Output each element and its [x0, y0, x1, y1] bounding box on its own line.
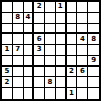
cell-r4c8[interactable]: 4: [77, 34, 88, 45]
cell-r5c9[interactable]: [88, 45, 99, 56]
cell-r1c8[interactable]: [77, 2, 88, 13]
cell-r2c8[interactable]: [77, 13, 88, 24]
cell-r3c5[interactable]: [45, 24, 56, 35]
cell-r7c6[interactable]: [56, 67, 67, 78]
cell-r9c3[interactable]: [24, 88, 35, 99]
cell-r9c9[interactable]: [88, 88, 99, 99]
cell-r6c4[interactable]: [34, 56, 45, 67]
cell-r1c1[interactable]: [2, 2, 13, 13]
cell-r3c2[interactable]: [13, 24, 24, 35]
given-digit: 2: [4, 79, 9, 86]
cell-r2c9[interactable]: [88, 13, 99, 24]
cell-r6c2[interactable]: [13, 56, 24, 67]
sudoku-board: 21846481739526281: [0, 0, 101, 101]
cell-r9c5[interactable]: [45, 88, 56, 99]
given-digit: 8: [15, 14, 20, 21]
cell-r7c3[interactable]: [24, 67, 35, 78]
cell-r9c1[interactable]: [2, 88, 13, 99]
cell-r1c2[interactable]: [13, 2, 24, 13]
cell-r4c3[interactable]: [24, 34, 35, 45]
given-digit: 9: [91, 57, 96, 64]
cell-r6c9[interactable]: 9: [88, 56, 99, 67]
cell-r7c7[interactable]: 2: [67, 67, 78, 78]
cell-r8c3[interactable]: [24, 77, 35, 88]
given-digit: 3: [37, 46, 42, 53]
cell-r2c2[interactable]: 8: [13, 13, 24, 24]
cell-r4c7[interactable]: [67, 34, 78, 45]
cell-r5c7[interactable]: [67, 45, 78, 56]
cell-r2c6[interactable]: [56, 13, 67, 24]
cell-r5c3[interactable]: [24, 45, 35, 56]
cell-r2c5[interactable]: [45, 13, 56, 24]
cell-r7c4[interactable]: [34, 67, 45, 78]
given-digit: 1: [69, 90, 74, 97]
cell-r7c5[interactable]: [45, 67, 56, 78]
cell-r4c5[interactable]: [45, 34, 56, 45]
cell-r3c6[interactable]: [56, 24, 67, 35]
given-digit: 6: [80, 68, 85, 75]
given-digit: 5: [4, 68, 9, 75]
cell-r1c4[interactable]: 2: [34, 2, 45, 13]
cell-r9c4[interactable]: [34, 88, 45, 99]
cell-r7c8[interactable]: 6: [77, 67, 88, 78]
given-digit: 2: [69, 68, 74, 75]
cell-r4c4[interactable]: 6: [34, 34, 45, 45]
cell-r5c2[interactable]: 7: [13, 45, 24, 56]
cell-r5c1[interactable]: 1: [2, 45, 13, 56]
cell-r4c2[interactable]: [13, 34, 24, 45]
cell-r6c1[interactable]: [2, 56, 13, 67]
cell-r8c8[interactable]: [77, 77, 88, 88]
cell-r6c7[interactable]: [67, 56, 78, 67]
cell-r8c9[interactable]: [88, 77, 99, 88]
cell-r7c9[interactable]: [88, 67, 99, 78]
cell-r5c5[interactable]: [45, 45, 56, 56]
cell-r5c4[interactable]: 3: [34, 45, 45, 56]
cell-r6c8[interactable]: [77, 56, 88, 67]
cell-r8c1[interactable]: 2: [2, 77, 13, 88]
given-digit: 4: [80, 36, 85, 43]
cell-r8c7[interactable]: [67, 77, 78, 88]
given-digit: 8: [48, 79, 53, 86]
cell-r3c8[interactable]: [77, 24, 88, 35]
given-digit: 6: [37, 36, 42, 43]
cell-r3c7[interactable]: [67, 24, 78, 35]
cell-r1c6[interactable]: 1: [56, 2, 67, 13]
cell-r8c4[interactable]: [34, 77, 45, 88]
cell-r1c3[interactable]: [24, 2, 35, 13]
cell-r9c8[interactable]: [77, 88, 88, 99]
given-digit: 2: [37, 3, 42, 10]
cell-r9c2[interactable]: [13, 88, 24, 99]
cell-r1c7[interactable]: [67, 2, 78, 13]
cell-r3c4[interactable]: [34, 24, 45, 35]
cell-r2c4[interactable]: [34, 13, 45, 24]
cell-r6c3[interactable]: [24, 56, 35, 67]
cell-r8c2[interactable]: [13, 77, 24, 88]
cell-r5c6[interactable]: [56, 45, 67, 56]
cell-r2c7[interactable]: [67, 13, 78, 24]
cell-r5c8[interactable]: [77, 45, 88, 56]
cell-r1c5[interactable]: [45, 2, 56, 13]
cell-r7c1[interactable]: 5: [2, 67, 13, 78]
given-digit: 1: [58, 3, 63, 10]
cell-r3c9[interactable]: [88, 24, 99, 35]
cell-r8c6[interactable]: [56, 77, 67, 88]
given-digit: 1: [4, 46, 9, 53]
cell-r7c2[interactable]: [13, 67, 24, 78]
given-digit: 7: [15, 46, 20, 53]
given-digit: 4: [26, 14, 31, 21]
cell-r6c5[interactable]: [45, 56, 56, 67]
cell-r4c6[interactable]: [56, 34, 67, 45]
cell-r3c3[interactable]: [24, 24, 35, 35]
cell-r3c1[interactable]: [2, 24, 13, 35]
cell-r4c9[interactable]: 8: [88, 34, 99, 45]
cell-r8c5[interactable]: 8: [45, 77, 56, 88]
cell-r2c1[interactable]: [2, 13, 13, 24]
cell-r9c6[interactable]: [56, 88, 67, 99]
cell-r4c1[interactable]: [2, 34, 13, 45]
cell-r2c3[interactable]: 4: [24, 13, 35, 24]
cell-r1c9[interactable]: [88, 2, 99, 13]
cell-r9c7[interactable]: 1: [67, 88, 78, 99]
cell-r6c6[interactable]: [56, 56, 67, 67]
given-digit: 8: [91, 36, 96, 43]
